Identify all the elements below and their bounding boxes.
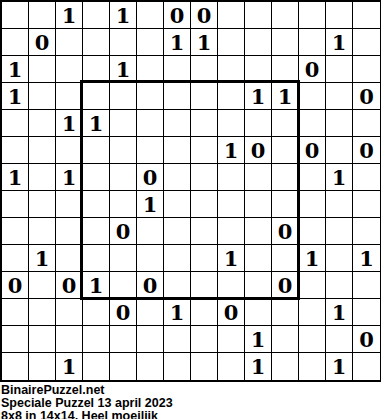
cell-r12c5[interactable]: [137, 326, 164, 353]
cell-r2c9[interactable]: [245, 56, 272, 83]
cell-r2c4: 1: [110, 56, 137, 83]
cell-r2c13[interactable]: [353, 56, 380, 83]
cell-r12c13: 0: [353, 326, 380, 353]
cell-r1c2[interactable]: [56, 29, 83, 56]
cell-r10c9[interactable]: [245, 272, 272, 299]
cell-r10c7[interactable]: [191, 272, 218, 299]
cell-r9c6[interactable]: [164, 245, 191, 272]
cell-r0c2: 1: [56, 2, 83, 29]
cell-r1c1: 0: [29, 29, 56, 56]
cell-r0c9[interactable]: [245, 2, 272, 29]
cell-r4c2: 1: [56, 110, 83, 137]
cell-r1c4[interactable]: [110, 29, 137, 56]
cell-r9c2[interactable]: [56, 245, 83, 272]
cell-r5c5[interactable]: [137, 137, 164, 164]
cell-r2c8[interactable]: [218, 56, 245, 83]
cell-r4c9[interactable]: [245, 110, 272, 137]
cell-r10c8[interactable]: [218, 272, 245, 299]
cell-r7c1[interactable]: [29, 191, 56, 218]
cell-r12c9: 1: [245, 326, 272, 353]
cell-r1c11[interactable]: [299, 29, 326, 56]
cell-r4c12[interactable]: [326, 110, 353, 137]
cell-r10c4[interactable]: [110, 272, 137, 299]
cell-r12c11[interactable]: [299, 326, 326, 353]
cell-r1c3[interactable]: [83, 29, 110, 56]
cell-r1c12: 1: [326, 29, 353, 56]
cell-r13c13[interactable]: [353, 353, 380, 380]
cell-r9c12[interactable]: [326, 245, 353, 272]
cell-r13c2: 1: [56, 353, 83, 380]
cell-r9c4[interactable]: [110, 245, 137, 272]
cell-r13c5[interactable]: [137, 353, 164, 380]
cell-r7c13[interactable]: [353, 191, 380, 218]
cell-r11c12: 1: [326, 299, 353, 326]
cell-r9c0[interactable]: [2, 245, 29, 272]
cell-r11c11[interactable]: [299, 299, 326, 326]
cell-r8c9[interactable]: [245, 218, 272, 245]
cell-r7c0[interactable]: [2, 191, 29, 218]
cell-r4c0[interactable]: [2, 110, 29, 137]
cell-r9c3[interactable]: [83, 245, 110, 272]
cell-r6c10[interactable]: [272, 164, 299, 191]
cell-r10c12[interactable]: [326, 272, 353, 299]
cell-r10c1[interactable]: [29, 272, 56, 299]
cell-r9c1: 1: [29, 245, 56, 272]
cell-r11c0[interactable]: [2, 299, 29, 326]
cell-r6c7[interactable]: [191, 164, 218, 191]
cell-r4c10[interactable]: [272, 110, 299, 137]
cell-r3c8[interactable]: [218, 83, 245, 110]
cell-r12c6[interactable]: [164, 326, 191, 353]
cell-r12c12[interactable]: [326, 326, 353, 353]
cell-r7c3[interactable]: [83, 191, 110, 218]
cell-r2c12[interactable]: [326, 56, 353, 83]
cell-r7c7[interactable]: [191, 191, 218, 218]
cell-r3c0: 1: [2, 83, 29, 110]
cell-r10c6[interactable]: [164, 272, 191, 299]
cell-r1c10[interactable]: [272, 29, 299, 56]
cell-r2c3[interactable]: [83, 56, 110, 83]
cell-r12c10[interactable]: [272, 326, 299, 353]
cell-r5c3[interactable]: [83, 137, 110, 164]
cell-r12c3[interactable]: [83, 326, 110, 353]
cell-r11c9[interactable]: [245, 299, 272, 326]
cell-r10c0: 0: [2, 272, 29, 299]
cell-r11c7[interactable]: [191, 299, 218, 326]
cell-r5c12[interactable]: [326, 137, 353, 164]
cell-r7c12[interactable]: [326, 191, 353, 218]
cell-r0c1[interactable]: [29, 2, 56, 29]
cell-r4c5[interactable]: [137, 110, 164, 137]
cell-r6c8[interactable]: [218, 164, 245, 191]
cell-r5c0[interactable]: [2, 137, 29, 164]
puzzle-grid: 1100011111011101110001101100111100100010…: [0, 0, 381, 382]
cell-r3c10: 1: [272, 83, 299, 110]
cell-r13c10[interactable]: [272, 353, 299, 380]
cell-r7c9[interactable]: [245, 191, 272, 218]
cell-r2c5[interactable]: [137, 56, 164, 83]
cell-r0c12[interactable]: [326, 2, 353, 29]
cell-r2c0: 1: [2, 56, 29, 83]
cell-r1c9[interactable]: [245, 29, 272, 56]
cell-r9c10[interactable]: [272, 245, 299, 272]
cell-r12c4[interactable]: [110, 326, 137, 353]
cell-r11c10[interactable]: [272, 299, 299, 326]
cell-r8c7[interactable]: [191, 218, 218, 245]
cell-r2c2[interactable]: [56, 56, 83, 83]
cell-r11c3[interactable]: [83, 299, 110, 326]
cell-r4c4[interactable]: [110, 110, 137, 137]
cell-r4c6[interactable]: [164, 110, 191, 137]
cell-r3c9: 1: [245, 83, 272, 110]
cell-r1c8[interactable]: [218, 29, 245, 56]
cell-r9c7[interactable]: [191, 245, 218, 272]
cell-r1c13[interactable]: [353, 29, 380, 56]
cell-r10c3: 1: [83, 272, 110, 299]
cell-r2c6[interactable]: [164, 56, 191, 83]
cell-r8c11[interactable]: [299, 218, 326, 245]
cell-r11c4: 0: [110, 299, 137, 326]
cell-r11c1[interactable]: [29, 299, 56, 326]
cell-r3c11[interactable]: [299, 83, 326, 110]
cell-r8c13[interactable]: [353, 218, 380, 245]
cell-r6c3[interactable]: [83, 164, 110, 191]
cell-r0c7: 0: [191, 2, 218, 29]
cell-r11c8: 0: [218, 299, 245, 326]
cell-r6c2: 1: [56, 164, 83, 191]
cell-r5c1[interactable]: [29, 137, 56, 164]
cell-r8c8[interactable]: [218, 218, 245, 245]
cell-r4c7[interactable]: [191, 110, 218, 137]
cell-r13c6[interactable]: [164, 353, 191, 380]
cell-r11c2[interactable]: [56, 299, 83, 326]
cell-r6c4[interactable]: [110, 164, 137, 191]
cell-r6c5: 0: [137, 164, 164, 191]
cell-r1c7: 1: [191, 29, 218, 56]
cell-r8c10: 0: [272, 218, 299, 245]
cell-r8c5[interactable]: [137, 218, 164, 245]
cell-r8c3[interactable]: [83, 218, 110, 245]
cell-r8c4: 0: [110, 218, 137, 245]
cell-r13c4[interactable]: [110, 353, 137, 380]
page: 1100011111011101110001101100111100100010…: [0, 0, 381, 419]
cell-r5c4[interactable]: [110, 137, 137, 164]
cell-r6c13[interactable]: [353, 164, 380, 191]
board-area: 1100011111011101110001101100111100100010…: [0, 0, 381, 382]
cell-r13c3[interactable]: [83, 353, 110, 380]
cell-r4c8[interactable]: [218, 110, 245, 137]
cell-r10c2: 0: [56, 272, 83, 299]
cell-r6c1[interactable]: [29, 164, 56, 191]
cell-r7c6[interactable]: [164, 191, 191, 218]
cell-r9c8: 1: [218, 245, 245, 272]
cell-r3c13: 0: [353, 83, 380, 110]
cell-r5c6[interactable]: [164, 137, 191, 164]
cell-r5c8: 1: [218, 137, 245, 164]
cell-r11c13[interactable]: [353, 299, 380, 326]
cell-r5c11: 0: [299, 137, 326, 164]
cell-r12c2[interactable]: [56, 326, 83, 353]
cell-r7c8[interactable]: [218, 191, 245, 218]
cell-r13c7[interactable]: [191, 353, 218, 380]
cell-r3c7[interactable]: [191, 83, 218, 110]
cell-r13c9: 1: [245, 353, 272, 380]
puzzle-subtitle: 8x8 in 14x14, Heel moeilijk: [1, 410, 381, 419]
cell-r12c7[interactable]: [191, 326, 218, 353]
cell-r1c6: 1: [164, 29, 191, 56]
cell-r0c4: 1: [110, 2, 137, 29]
cell-r8c12[interactable]: [326, 218, 353, 245]
cell-r0c8[interactable]: [218, 2, 245, 29]
cell-r6c11[interactable]: [299, 164, 326, 191]
cell-r0c0[interactable]: [2, 2, 29, 29]
cell-r1c0[interactable]: [2, 29, 29, 56]
cell-r7c2[interactable]: [56, 191, 83, 218]
cell-r7c10[interactable]: [272, 191, 299, 218]
cell-r12c1[interactable]: [29, 326, 56, 353]
cell-r9c11: 1: [299, 245, 326, 272]
cell-r6c9[interactable]: [245, 164, 272, 191]
cell-r6c6[interactable]: [164, 164, 191, 191]
cell-r13c11[interactable]: [299, 353, 326, 380]
cell-r3c4[interactable]: [110, 83, 137, 110]
cell-r9c5[interactable]: [137, 245, 164, 272]
cell-r10c10: 0: [272, 272, 299, 299]
cell-r5c13: 0: [353, 137, 380, 164]
cell-r3c2[interactable]: [56, 83, 83, 110]
cell-r0c13[interactable]: [353, 2, 380, 29]
cell-r8c2[interactable]: [56, 218, 83, 245]
cell-r4c13[interactable]: [353, 110, 380, 137]
cell-r12c8[interactable]: [218, 326, 245, 353]
cell-r9c13: 1: [353, 245, 380, 272]
cell-r5c7[interactable]: [191, 137, 218, 164]
cell-r10c5: 0: [137, 272, 164, 299]
cell-r4c3: 1: [83, 110, 110, 137]
cell-r3c12[interactable]: [326, 83, 353, 110]
cell-r8c6[interactable]: [164, 218, 191, 245]
cell-r0c11[interactable]: [299, 2, 326, 29]
cell-r7c11[interactable]: [299, 191, 326, 218]
cell-r0c3[interactable]: [83, 2, 110, 29]
cell-r7c5: 1: [137, 191, 164, 218]
cell-r10c11[interactable]: [299, 272, 326, 299]
cell-r4c1[interactable]: [29, 110, 56, 137]
cell-r2c1[interactable]: [29, 56, 56, 83]
caption: BinairePuzzel.net Speciale Puzzel 13 apr…: [0, 382, 381, 419]
cell-r13c1[interactable]: [29, 353, 56, 380]
cell-r6c12: 1: [326, 164, 353, 191]
cell-r8c1[interactable]: [29, 218, 56, 245]
cell-r5c9: 0: [245, 137, 272, 164]
cell-r12c0[interactable]: [2, 326, 29, 353]
cell-r9c9[interactable]: [245, 245, 272, 272]
cell-r4c11[interactable]: [299, 110, 326, 137]
cell-r3c6[interactable]: [164, 83, 191, 110]
cell-r13c12: 1: [326, 353, 353, 380]
cell-r3c3[interactable]: [83, 83, 110, 110]
cell-r2c11: 0: [299, 56, 326, 83]
cell-r5c2[interactable]: [56, 137, 83, 164]
cell-r3c1[interactable]: [29, 83, 56, 110]
cell-r13c0[interactable]: [2, 353, 29, 380]
cell-r0c5[interactable]: [137, 2, 164, 29]
cell-r7c4[interactable]: [110, 191, 137, 218]
cell-r0c6: 0: [164, 2, 191, 29]
cell-r5c10[interactable]: [272, 137, 299, 164]
cell-r11c5[interactable]: [137, 299, 164, 326]
cell-r13c8[interactable]: [218, 353, 245, 380]
cell-r3c5[interactable]: [137, 83, 164, 110]
cell-r0c10[interactable]: [272, 2, 299, 29]
cell-r8c0[interactable]: [2, 218, 29, 245]
cell-r11c6: 1: [164, 299, 191, 326]
cell-r2c7[interactable]: [191, 56, 218, 83]
cell-r6c0: 1: [2, 164, 29, 191]
cell-r2c10[interactable]: [272, 56, 299, 83]
cell-r1c5[interactable]: [137, 29, 164, 56]
cell-r10c13[interactable]: [353, 272, 380, 299]
